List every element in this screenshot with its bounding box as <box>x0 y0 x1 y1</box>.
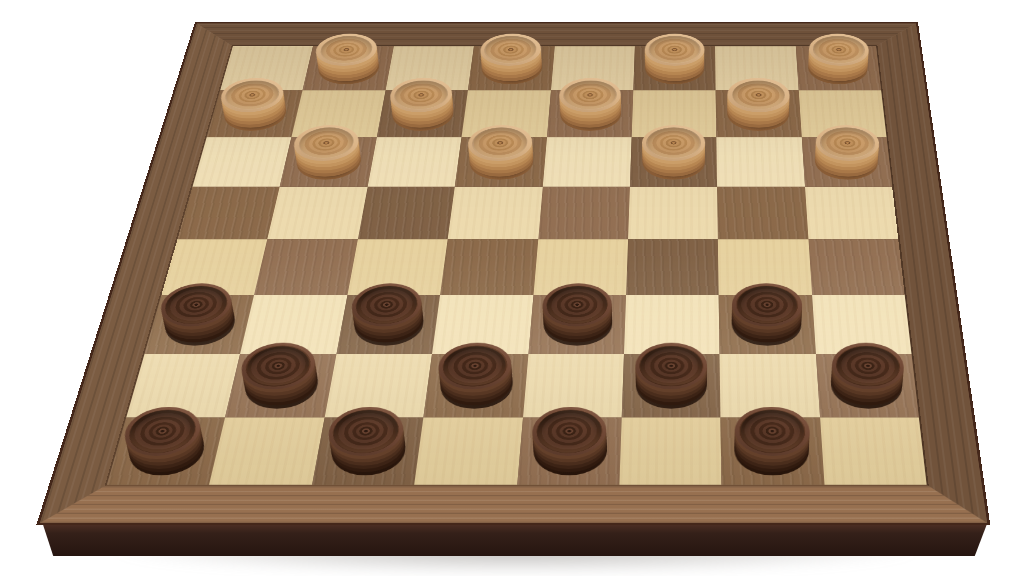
light-checker[interactable] <box>727 97 790 131</box>
dark-checker[interactable] <box>123 426 210 475</box>
light-checker[interactable] <box>468 144 535 180</box>
square-f6[interactable] <box>630 137 717 186</box>
dark-checker[interactable] <box>241 362 322 408</box>
square-a6[interactable] <box>193 137 292 186</box>
dark-checker[interactable] <box>731 303 802 346</box>
square-e7[interactable] <box>547 90 634 137</box>
light-checker[interactable] <box>642 144 706 180</box>
checkers-board <box>40 24 987 523</box>
square-a1[interactable] <box>107 417 225 485</box>
light-checker[interactable] <box>644 52 704 84</box>
square-h2[interactable] <box>816 354 919 417</box>
dark-checker[interactable] <box>542 303 614 346</box>
square-c5[interactable] <box>358 187 455 239</box>
square-b8[interactable] <box>303 46 394 90</box>
square-h6[interactable] <box>802 137 893 186</box>
light-checker[interactable] <box>220 97 290 131</box>
light-checker[interactable] <box>813 144 879 180</box>
square-f8[interactable] <box>633 46 716 90</box>
square-a3[interactable] <box>145 295 255 354</box>
square-f5[interactable] <box>628 187 718 239</box>
square-d4[interactable] <box>440 239 538 295</box>
square-d5[interactable] <box>448 187 543 239</box>
square-e3[interactable] <box>528 295 626 354</box>
square-g7[interactable] <box>716 90 802 137</box>
dark-checker[interactable] <box>438 362 514 408</box>
board-side-edge <box>38 521 990 556</box>
square-c3[interactable] <box>336 295 440 354</box>
square-h8[interactable] <box>796 46 881 90</box>
dark-checker[interactable] <box>531 426 608 475</box>
light-checker[interactable] <box>315 52 381 84</box>
light-checker[interactable] <box>807 52 870 84</box>
square-d8[interactable] <box>468 46 554 90</box>
square-b5[interactable] <box>268 187 368 239</box>
light-checker[interactable] <box>389 97 456 131</box>
square-d2[interactable] <box>424 354 528 417</box>
dark-checker[interactable] <box>160 303 240 346</box>
square-h1[interactable] <box>820 417 927 485</box>
dark-checker[interactable] <box>351 303 427 346</box>
light-checker[interactable] <box>293 144 364 180</box>
square-b2[interactable] <box>225 354 336 417</box>
square-h5[interactable] <box>805 187 899 239</box>
square-f4[interactable] <box>626 239 719 295</box>
dark-checker[interactable] <box>635 362 707 408</box>
square-b4[interactable] <box>254 239 357 295</box>
square-g6[interactable] <box>717 137 805 186</box>
dark-checker[interactable] <box>734 426 810 475</box>
square-e6[interactable] <box>542 137 631 186</box>
square-h4[interactable] <box>808 239 905 295</box>
square-g3[interactable] <box>719 295 816 354</box>
square-g1[interactable] <box>721 417 824 485</box>
square-d1[interactable] <box>414 417 522 485</box>
square-c6[interactable] <box>367 137 461 186</box>
square-a7[interactable] <box>207 90 303 137</box>
square-d6[interactable] <box>455 137 547 186</box>
square-e1[interactable] <box>517 417 622 485</box>
square-b1[interactable] <box>209 417 324 485</box>
square-c7[interactable] <box>377 90 468 137</box>
dark-checker[interactable] <box>829 362 904 408</box>
board-grid <box>107 46 927 485</box>
square-e5[interactable] <box>538 187 630 239</box>
board-frame-bottom <box>40 485 987 523</box>
board-photo-scene <box>40 0 987 523</box>
square-a5[interactable] <box>178 187 281 239</box>
square-f2[interactable] <box>622 354 721 417</box>
dark-checker[interactable] <box>327 426 409 475</box>
square-g5[interactable] <box>717 187 808 239</box>
light-checker[interactable] <box>559 97 622 131</box>
square-b6[interactable] <box>280 137 377 186</box>
square-c1[interactable] <box>312 417 424 485</box>
square-f1[interactable] <box>619 417 721 485</box>
light-checker[interactable] <box>480 52 543 84</box>
